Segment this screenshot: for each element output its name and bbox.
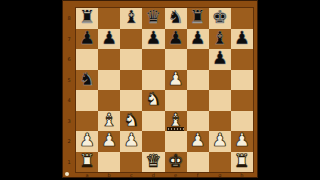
square-b4[interactable]	[98, 90, 120, 111]
square-h8[interactable]	[231, 8, 253, 29]
square-e4[interactable]	[165, 90, 187, 111]
piece-black-pawn[interactable]: ♟	[101, 29, 117, 47]
square-e5[interactable]: ♟	[165, 70, 187, 91]
piece-white-queen[interactable]: ♛	[145, 152, 161, 170]
square-a4[interactable]	[76, 90, 98, 111]
piece-black-pawn[interactable]: ♟	[234, 29, 250, 47]
piece-white-pawn[interactable]: ♟	[79, 131, 95, 149]
square-f4[interactable]	[187, 90, 209, 111]
square-d6[interactable]	[142, 49, 164, 70]
file-label-b: b	[98, 172, 120, 178]
square-c2[interactable]: ♟	[120, 131, 142, 152]
square-a8[interactable]: ♜	[76, 8, 98, 29]
rank-labels: 87654321	[62, 8, 76, 172]
square-e2[interactable]	[165, 131, 187, 152]
square-b2[interactable]: ♟	[98, 131, 120, 152]
square-g5[interactable]	[209, 70, 231, 91]
rank-label-5: 5	[62, 70, 76, 91]
rank-label-8: 8	[62, 8, 76, 29]
square-g2[interactable]: ♟	[209, 131, 231, 152]
file-labels: abcdefgh	[76, 172, 253, 178]
piece-white-knight[interactable]: ♞	[123, 111, 139, 129]
piece-black-queen[interactable]: ♛	[145, 8, 161, 26]
square-a5[interactable]: ♞	[76, 70, 98, 91]
piece-black-bishop[interactable]: ♝	[212, 29, 228, 47]
square-b3[interactable]: ♝	[98, 111, 120, 132]
piece-white-pawn[interactable]: ♟	[101, 131, 117, 149]
file-label-g: g	[209, 172, 231, 178]
rank-label-7: 7	[62, 29, 76, 50]
square-f2[interactable]: ♟	[187, 131, 209, 152]
square-d4[interactable]: ♞	[142, 90, 164, 111]
square-h5[interactable]	[231, 70, 253, 91]
square-f3[interactable]	[187, 111, 209, 132]
rank-label-3: 3	[62, 111, 76, 132]
rank-label-6: 6	[62, 49, 76, 70]
square-c4[interactable]	[120, 90, 142, 111]
file-label-f: f	[187, 172, 209, 178]
square-c6[interactable]	[120, 49, 142, 70]
square-h1[interactable]: ♜	[231, 152, 253, 173]
square-g4[interactable]	[209, 90, 231, 111]
square-g8[interactable]: ♚	[209, 8, 231, 29]
square-f1[interactable]	[187, 152, 209, 173]
piece-white-pawn[interactable]: ♟	[234, 131, 250, 149]
square-a3[interactable]	[76, 111, 98, 132]
square-b7[interactable]: ♟	[98, 29, 120, 50]
piece-black-rook[interactable]: ♜	[79, 8, 95, 26]
square-c5[interactable]	[120, 70, 142, 91]
piece-black-bishop[interactable]: ♝	[123, 8, 139, 26]
square-g1[interactable]	[209, 152, 231, 173]
square-d2[interactable]	[142, 131, 164, 152]
square-f6[interactable]	[187, 49, 209, 70]
video-frame: 87654321 abcdefgh ♜♝♛♞♜♚♟♟♟♟♟♝♟♟♞♟♞♝♞♝♟♟…	[0, 0, 320, 180]
piece-white-rook[interactable]: ♜	[234, 152, 250, 170]
square-c3[interactable]: ♞	[120, 111, 142, 132]
piece-black-pawn[interactable]: ♟	[212, 49, 228, 67]
square-b6[interactable]	[98, 49, 120, 70]
square-d8[interactable]: ♛	[142, 8, 164, 29]
square-e1[interactable]: ♚	[165, 152, 187, 173]
square-h2[interactable]: ♟	[231, 131, 253, 152]
square-h3[interactable]	[231, 111, 253, 132]
square-g7[interactable]: ♝	[209, 29, 231, 50]
square-e3[interactable]: ♝	[165, 111, 187, 132]
piece-black-pawn[interactable]: ♟	[167, 29, 183, 47]
square-a2[interactable]: ♟	[76, 131, 98, 152]
rank-label-1: 1	[62, 152, 76, 173]
piece-white-king[interactable]: ♚	[167, 152, 183, 170]
square-f7[interactable]: ♟	[187, 29, 209, 50]
chess-board: ♜♝♛♞♜♚♟♟♟♟♟♝♟♟♞♟♞♝♞♝♟♟♟♟♟♟♜♛♚♜	[76, 8, 253, 172]
piece-black-king[interactable]: ♚	[212, 8, 228, 26]
piece-black-pawn[interactable]: ♟	[79, 29, 95, 47]
square-c7[interactable]	[120, 29, 142, 50]
piece-black-rook[interactable]: ♜	[190, 8, 206, 26]
square-d7[interactable]: ♟	[142, 29, 164, 50]
square-d1[interactable]: ♛	[142, 152, 164, 173]
square-e8[interactable]: ♞	[165, 8, 187, 29]
square-b8[interactable]	[98, 8, 120, 29]
square-h6[interactable]	[231, 49, 253, 70]
file-label-h: h	[231, 172, 253, 178]
piece-black-knight[interactable]: ♞	[79, 70, 95, 88]
side-to-move-indicator	[65, 172, 69, 176]
piece-white-pawn[interactable]: ♟	[212, 131, 228, 149]
piece-black-pawn[interactable]: ♟	[145, 29, 161, 47]
square-d3[interactable]	[142, 111, 164, 132]
square-e6[interactable]	[165, 49, 187, 70]
square-a1[interactable]: ♜	[76, 152, 98, 173]
piece-black-pawn[interactable]: ♟	[190, 29, 206, 47]
square-d5[interactable]	[142, 70, 164, 91]
chess-board-frame: 87654321 abcdefgh ♜♝♛♞♜♚♟♟♟♟♟♝♟♟♞♟♞♝♞♝♟♟…	[62, 0, 258, 178]
square-f5[interactable]	[187, 70, 209, 91]
square-g6[interactable]: ♟	[209, 49, 231, 70]
file-label-a: a	[76, 172, 98, 178]
piece-white-pawn[interactable]: ♟	[190, 131, 206, 149]
square-h4[interactable]	[231, 90, 253, 111]
square-a6[interactable]	[76, 49, 98, 70]
square-g3[interactable]	[209, 111, 231, 132]
square-f8[interactable]: ♜	[187, 8, 209, 29]
rank-label-4: 4	[62, 90, 76, 111]
piece-white-rook[interactable]: ♜	[79, 152, 95, 170]
piece-white-pawn[interactable]: ♟	[167, 70, 183, 88]
piece-white-knight[interactable]: ♞	[145, 90, 161, 108]
square-c1[interactable]	[120, 152, 142, 173]
file-label-c: c	[120, 172, 142, 178]
square-a7[interactable]: ♟	[76, 29, 98, 50]
square-e7[interactable]: ♟	[165, 29, 187, 50]
piece-white-pawn[interactable]: ♟	[123, 131, 139, 149]
square-h7[interactable]: ♟	[231, 29, 253, 50]
piece-white-bishop[interactable]: ♝	[101, 111, 117, 129]
rank-label-2: 2	[62, 131, 76, 152]
file-label-d: d	[142, 172, 164, 178]
square-c8[interactable]: ♝	[120, 8, 142, 29]
piece-black-knight[interactable]: ♞	[167, 8, 183, 26]
file-label-e: e	[165, 172, 187, 178]
square-b1[interactable]	[98, 152, 120, 173]
square-b5[interactable]	[98, 70, 120, 91]
